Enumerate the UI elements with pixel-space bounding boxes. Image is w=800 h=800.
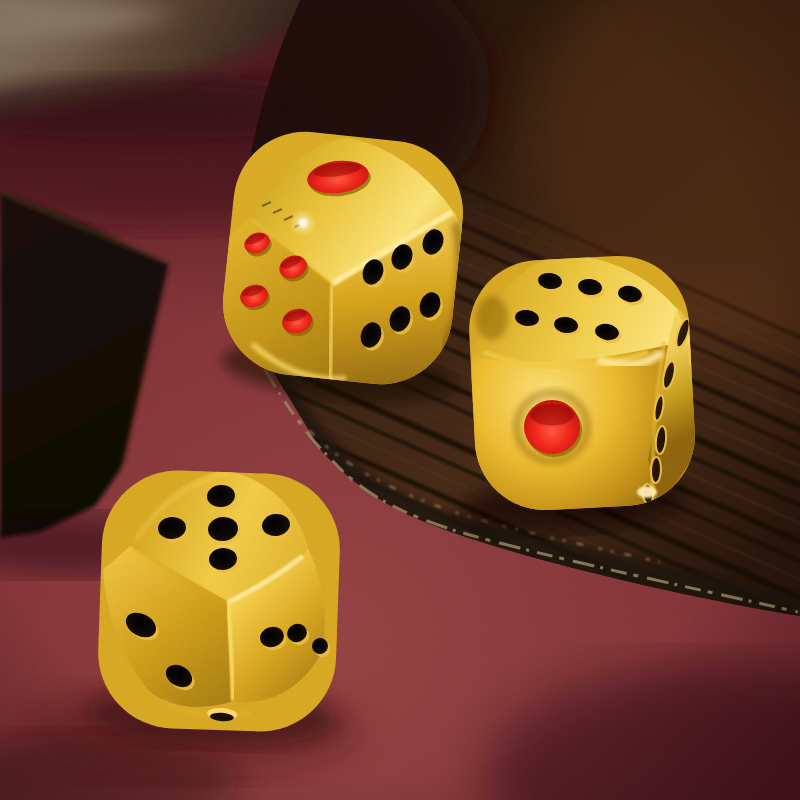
vignette	[0, 0, 800, 800]
dice-scene	[0, 0, 800, 800]
photo-of-three-gold-dice	[0, 0, 800, 800]
